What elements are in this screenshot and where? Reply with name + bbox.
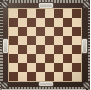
board <box>8 8 82 82</box>
square-c8[interactable] <box>27 9 36 18</box>
square-h7[interactable] <box>72 18 81 27</box>
square-h8[interactable] <box>72 9 81 18</box>
square-d8[interactable] <box>36 9 45 18</box>
square-b6[interactable] <box>18 27 27 36</box>
square-a7[interactable] <box>9 18 18 27</box>
corner-inlay-icon <box>1 82 8 89</box>
square-g8[interactable] <box>63 9 72 18</box>
square-g1[interactable] <box>63 72 72 81</box>
square-h1[interactable] <box>72 72 81 81</box>
square-c1[interactable] <box>27 72 36 81</box>
square-a5[interactable] <box>9 36 18 45</box>
square-f4[interactable] <box>54 45 63 54</box>
square-b4[interactable] <box>18 45 27 54</box>
square-c2[interactable] <box>27 63 36 72</box>
square-c4[interactable] <box>27 45 36 54</box>
square-f3[interactable] <box>54 54 63 63</box>
square-b2[interactable] <box>18 63 27 72</box>
square-f5[interactable] <box>54 36 63 45</box>
square-e3[interactable] <box>45 54 54 63</box>
corner-inlay-icon <box>83 1 90 8</box>
square-b7[interactable] <box>18 18 27 27</box>
square-c6[interactable] <box>27 27 36 36</box>
square-e2[interactable] <box>45 63 54 72</box>
square-g6[interactable] <box>63 27 72 36</box>
square-d4[interactable] <box>36 45 45 54</box>
square-f2[interactable] <box>54 63 63 72</box>
photo-edge-highlight <box>2 89 86 90</box>
square-d7[interactable] <box>36 18 45 27</box>
square-h4[interactable] <box>72 45 81 54</box>
square-e6[interactable] <box>45 27 54 36</box>
square-e8[interactable] <box>45 9 54 18</box>
edge-plate-icon <box>81 38 88 54</box>
square-c7[interactable] <box>27 18 36 27</box>
square-b5[interactable] <box>18 36 27 45</box>
square-g3[interactable] <box>63 54 72 63</box>
square-f7[interactable] <box>54 18 63 27</box>
square-b8[interactable] <box>18 9 27 18</box>
square-d5[interactable] <box>36 36 45 45</box>
square-d3[interactable] <box>36 54 45 63</box>
square-a2[interactable] <box>9 63 18 72</box>
square-h2[interactable] <box>72 63 81 72</box>
square-e4[interactable] <box>45 45 54 54</box>
square-h6[interactable] <box>72 27 81 36</box>
square-a3[interactable] <box>9 54 18 63</box>
square-e1[interactable] <box>45 72 54 81</box>
corner-inlay-icon <box>83 82 90 89</box>
square-f8[interactable] <box>54 9 63 18</box>
braid-border-right-icon <box>88 0 91 90</box>
square-e5[interactable] <box>45 36 54 45</box>
square-h5[interactable] <box>72 36 81 45</box>
square-a1[interactable] <box>9 72 18 81</box>
square-b3[interactable] <box>18 54 27 63</box>
square-d2[interactable] <box>36 63 45 72</box>
corner-inlay-icon <box>1 1 8 8</box>
square-h3[interactable] <box>72 54 81 63</box>
square-f6[interactable] <box>54 27 63 36</box>
square-b1[interactable] <box>18 72 27 81</box>
square-a8[interactable] <box>9 9 18 18</box>
square-g5[interactable] <box>63 36 72 45</box>
square-g7[interactable] <box>63 18 72 27</box>
square-f1[interactable] <box>54 72 63 81</box>
square-e7[interactable] <box>45 18 54 27</box>
square-d1[interactable] <box>36 72 45 81</box>
square-g4[interactable] <box>63 45 72 54</box>
square-a4[interactable] <box>9 45 18 54</box>
chessboard-photo <box>0 0 90 90</box>
square-a6[interactable] <box>9 27 18 36</box>
square-d6[interactable] <box>36 27 45 36</box>
square-c5[interactable] <box>27 36 36 45</box>
square-c3[interactable] <box>27 54 36 63</box>
square-g2[interactable] <box>63 63 72 72</box>
